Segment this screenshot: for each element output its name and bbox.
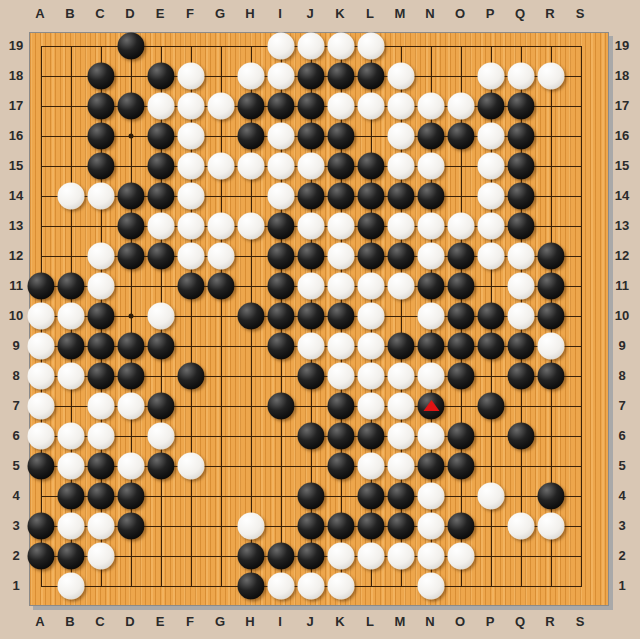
white-stone[interactable]	[28, 303, 55, 330]
white-stone[interactable]	[358, 453, 385, 480]
black-stone[interactable]	[388, 243, 415, 270]
white-stone[interactable]	[238, 153, 265, 180]
white-stone[interactable]	[88, 273, 115, 300]
black-stone[interactable]	[508, 213, 535, 240]
black-stone[interactable]	[28, 513, 55, 540]
black-stone[interactable]	[28, 453, 55, 480]
black-stone[interactable]	[478, 303, 505, 330]
black-stone[interactable]	[298, 483, 325, 510]
coord-label: 16	[9, 128, 23, 143]
white-stone[interactable]	[208, 93, 235, 120]
coord-label: 10	[9, 308, 23, 323]
coord-label: 2	[618, 548, 625, 563]
black-stone[interactable]	[298, 63, 325, 90]
white-stone[interactable]	[148, 93, 175, 120]
black-stone[interactable]	[268, 303, 295, 330]
black-stone[interactable]	[88, 453, 115, 480]
coord-label: 11	[615, 278, 629, 293]
black-stone[interactable]	[358, 423, 385, 450]
coord-label: 1	[12, 578, 19, 593]
white-stone[interactable]	[28, 363, 55, 390]
white-stone[interactable]	[58, 513, 85, 540]
black-stone[interactable]	[418, 453, 445, 480]
coord-label: 1	[618, 578, 625, 593]
black-stone[interactable]	[508, 363, 535, 390]
white-stone[interactable]	[508, 243, 535, 270]
hoshi-point	[129, 134, 134, 139]
white-stone[interactable]	[388, 63, 415, 90]
coord-label: B	[65, 6, 74, 21]
white-stone[interactable]	[238, 513, 265, 540]
black-stone[interactable]	[448, 243, 475, 270]
white-stone[interactable]	[418, 243, 445, 270]
coord-label: Q	[515, 6, 525, 21]
white-stone[interactable]	[58, 453, 85, 480]
white-stone[interactable]	[298, 333, 325, 360]
coord-label: P	[486, 614, 495, 629]
black-stone[interactable]	[448, 303, 475, 330]
black-stone[interactable]	[538, 273, 565, 300]
black-stone[interactable]	[508, 153, 535, 180]
white-stone[interactable]	[388, 363, 415, 390]
coord-label: O	[455, 614, 465, 629]
black-stone[interactable]	[268, 273, 295, 300]
coord-label: 14	[9, 188, 23, 203]
white-stone[interactable]	[388, 93, 415, 120]
black-stone[interactable]	[388, 483, 415, 510]
white-stone[interactable]	[538, 333, 565, 360]
coord-label: G	[215, 6, 225, 21]
black-stone[interactable]	[418, 393, 445, 420]
white-stone[interactable]	[28, 393, 55, 420]
white-stone[interactable]	[268, 573, 295, 600]
black-stone[interactable]	[88, 63, 115, 90]
white-stone[interactable]	[148, 213, 175, 240]
coord-label: L	[366, 6, 374, 21]
black-stone[interactable]	[208, 273, 235, 300]
black-stone[interactable]	[328, 513, 355, 540]
white-stone[interactable]	[88, 243, 115, 270]
black-stone[interactable]	[388, 183, 415, 210]
black-stone[interactable]	[448, 363, 475, 390]
coord-label: J	[306, 614, 313, 629]
black-stone[interactable]	[358, 153, 385, 180]
white-stone[interactable]	[388, 453, 415, 480]
black-stone[interactable]	[118, 363, 145, 390]
coord-label: 15	[615, 158, 629, 173]
black-stone[interactable]	[448, 333, 475, 360]
coord-label: P	[486, 6, 495, 21]
coord-label: 5	[12, 458, 19, 473]
coord-label: N	[425, 614, 434, 629]
white-stone[interactable]	[358, 33, 385, 60]
white-stone[interactable]	[268, 33, 295, 60]
coord-label: 19	[615, 38, 629, 53]
black-stone[interactable]	[88, 123, 115, 150]
white-stone[interactable]	[88, 183, 115, 210]
white-stone[interactable]	[388, 543, 415, 570]
white-stone[interactable]	[328, 33, 355, 60]
black-stone[interactable]	[328, 183, 355, 210]
hoshi-point	[129, 314, 134, 319]
coord-label: J	[306, 6, 313, 21]
coord-label: R	[545, 614, 554, 629]
black-stone[interactable]	[298, 123, 325, 150]
black-stone[interactable]	[358, 183, 385, 210]
coord-label: 8	[618, 368, 625, 383]
white-stone[interactable]	[178, 123, 205, 150]
black-stone[interactable]	[448, 423, 475, 450]
black-stone[interactable]	[238, 123, 265, 150]
white-stone[interactable]	[478, 243, 505, 270]
black-stone[interactable]	[508, 423, 535, 450]
coord-label: 4	[618, 488, 625, 503]
coord-label: C	[95, 614, 104, 629]
coord-label: D	[125, 614, 134, 629]
black-stone[interactable]	[298, 543, 325, 570]
white-stone[interactable]	[448, 93, 475, 120]
white-stone[interactable]	[238, 63, 265, 90]
coord-label: 14	[615, 188, 629, 203]
coord-label: K	[335, 6, 344, 21]
coord-label: 18	[9, 68, 23, 83]
white-stone[interactable]	[508, 303, 535, 330]
coord-label: 9	[618, 338, 625, 353]
black-stone[interactable]	[58, 483, 85, 510]
white-stone[interactable]	[298, 33, 325, 60]
black-stone[interactable]	[88, 333, 115, 360]
black-stone[interactable]	[28, 543, 55, 570]
coord-label: O	[455, 6, 465, 21]
coord-label: 4	[12, 488, 19, 503]
white-stone[interactable]	[328, 543, 355, 570]
black-stone[interactable]	[118, 333, 145, 360]
white-stone[interactable]	[418, 153, 445, 180]
coord-label: 13	[615, 218, 629, 233]
coord-label: K	[335, 614, 344, 629]
white-stone[interactable]	[508, 273, 535, 300]
coord-label: 16	[615, 128, 629, 143]
black-stone[interactable]	[328, 153, 355, 180]
white-stone[interactable]	[58, 573, 85, 600]
black-stone[interactable]	[148, 453, 175, 480]
white-stone[interactable]	[388, 423, 415, 450]
black-stone[interactable]	[508, 93, 535, 120]
white-stone[interactable]	[418, 303, 445, 330]
coord-label: I	[278, 614, 282, 629]
coord-label: S	[576, 6, 585, 21]
black-stone[interactable]	[538, 243, 565, 270]
black-stone[interactable]	[478, 333, 505, 360]
black-stone[interactable]	[328, 393, 355, 420]
black-stone[interactable]	[268, 393, 295, 420]
black-stone[interactable]	[118, 33, 145, 60]
black-stone[interactable]	[148, 333, 175, 360]
black-stone[interactable]	[88, 303, 115, 330]
black-stone[interactable]	[418, 273, 445, 300]
black-stone[interactable]	[148, 63, 175, 90]
black-stone[interactable]	[118, 213, 145, 240]
black-stone[interactable]	[268, 243, 295, 270]
white-stone[interactable]	[178, 213, 205, 240]
coord-label: 6	[618, 428, 625, 443]
white-stone[interactable]	[58, 303, 85, 330]
black-stone[interactable]	[298, 93, 325, 120]
black-stone[interactable]	[538, 303, 565, 330]
black-stone[interactable]	[118, 483, 145, 510]
black-stone[interactable]	[88, 483, 115, 510]
white-stone[interactable]	[328, 573, 355, 600]
white-stone[interactable]	[358, 273, 385, 300]
black-stone[interactable]	[478, 393, 505, 420]
black-stone[interactable]	[58, 543, 85, 570]
black-stone[interactable]	[418, 123, 445, 150]
black-stone[interactable]	[328, 453, 355, 480]
white-stone[interactable]	[448, 213, 475, 240]
coord-label: E	[156, 614, 165, 629]
black-stone[interactable]	[358, 513, 385, 540]
white-stone[interactable]	[148, 423, 175, 450]
coord-label: 12	[9, 248, 23, 263]
white-stone[interactable]	[388, 213, 415, 240]
white-stone[interactable]	[178, 183, 205, 210]
black-stone[interactable]	[358, 213, 385, 240]
white-stone[interactable]	[88, 543, 115, 570]
white-stone[interactable]	[418, 93, 445, 120]
black-stone[interactable]	[298, 423, 325, 450]
coord-label: 13	[9, 218, 23, 233]
coord-label: 8	[12, 368, 19, 383]
black-stone[interactable]	[328, 303, 355, 330]
black-stone[interactable]	[298, 183, 325, 210]
white-stone[interactable]	[478, 213, 505, 240]
white-stone[interactable]	[28, 423, 55, 450]
white-stone[interactable]	[328, 93, 355, 120]
black-stone[interactable]	[298, 303, 325, 330]
white-stone[interactable]	[478, 63, 505, 90]
black-stone[interactable]	[508, 183, 535, 210]
white-stone[interactable]	[358, 333, 385, 360]
coord-label: F	[186, 6, 194, 21]
white-stone[interactable]	[178, 453, 205, 480]
coord-label: F	[186, 614, 194, 629]
black-stone[interactable]	[58, 273, 85, 300]
black-stone[interactable]	[118, 243, 145, 270]
coord-label: E	[156, 6, 165, 21]
white-stone[interactable]	[208, 243, 235, 270]
white-stone[interactable]	[58, 423, 85, 450]
white-stone[interactable]	[148, 303, 175, 330]
white-stone[interactable]	[418, 213, 445, 240]
coord-label: Q	[515, 614, 525, 629]
black-stone[interactable]	[88, 93, 115, 120]
black-stone[interactable]	[388, 513, 415, 540]
white-stone[interactable]	[358, 543, 385, 570]
white-stone[interactable]	[328, 363, 355, 390]
black-stone[interactable]	[418, 183, 445, 210]
coord-label: 7	[12, 398, 19, 413]
black-stone[interactable]	[538, 363, 565, 390]
coord-label: 5	[618, 458, 625, 473]
white-stone[interactable]	[418, 513, 445, 540]
black-stone[interactable]	[298, 513, 325, 540]
white-stone[interactable]	[268, 123, 295, 150]
coord-label: 15	[9, 158, 23, 173]
black-stone[interactable]	[268, 543, 295, 570]
coord-label: A	[35, 614, 44, 629]
coord-label: 17	[615, 98, 629, 113]
black-stone[interactable]	[88, 363, 115, 390]
white-stone[interactable]	[328, 333, 355, 360]
white-stone[interactable]	[178, 243, 205, 270]
black-stone[interactable]	[328, 123, 355, 150]
white-stone[interactable]	[418, 423, 445, 450]
coord-label: H	[245, 6, 254, 21]
coord-label: G	[215, 614, 225, 629]
coord-label: 12	[615, 248, 629, 263]
black-stone[interactable]	[508, 123, 535, 150]
white-stone[interactable]	[358, 363, 385, 390]
white-stone[interactable]	[478, 123, 505, 150]
white-stone[interactable]	[58, 183, 85, 210]
coord-label: S	[576, 614, 585, 629]
black-stone[interactable]	[268, 213, 295, 240]
coord-label: 2	[12, 548, 19, 563]
black-stone[interactable]	[148, 243, 175, 270]
black-stone[interactable]	[88, 153, 115, 180]
coord-label: 10	[615, 308, 629, 323]
white-stone[interactable]	[418, 573, 445, 600]
black-stone[interactable]	[448, 273, 475, 300]
black-stone[interactable]	[448, 453, 475, 480]
black-stone[interactable]	[358, 243, 385, 270]
black-stone[interactable]	[268, 333, 295, 360]
white-stone[interactable]	[358, 393, 385, 420]
coord-label: 19	[9, 38, 23, 53]
black-stone[interactable]	[268, 93, 295, 120]
coord-label: D	[125, 6, 134, 21]
white-stone[interactable]	[238, 213, 265, 240]
black-stone[interactable]	[118, 183, 145, 210]
white-stone[interactable]	[358, 303, 385, 330]
white-stone[interactable]	[328, 273, 355, 300]
white-stone[interactable]	[388, 153, 415, 180]
black-stone[interactable]	[298, 243, 325, 270]
black-stone[interactable]	[388, 333, 415, 360]
white-stone[interactable]	[508, 513, 535, 540]
white-stone[interactable]	[178, 153, 205, 180]
coord-label: 9	[12, 338, 19, 353]
black-stone[interactable]	[238, 303, 265, 330]
black-stone[interactable]	[118, 513, 145, 540]
white-stone[interactable]	[418, 483, 445, 510]
white-stone[interactable]	[28, 333, 55, 360]
coord-label: M	[395, 614, 406, 629]
black-stone[interactable]	[58, 333, 85, 360]
black-stone[interactable]	[478, 93, 505, 120]
black-stone[interactable]	[298, 363, 325, 390]
black-stone[interactable]	[358, 63, 385, 90]
black-stone[interactable]	[448, 513, 475, 540]
white-stone[interactable]	[178, 63, 205, 90]
white-stone[interactable]	[388, 273, 415, 300]
white-stone[interactable]	[358, 93, 385, 120]
black-stone[interactable]	[28, 273, 55, 300]
go-app-window: ABCDEFGHIJKLMNOPQRS ABCDEFGHIJKLMNOPQRS …	[0, 0, 640, 639]
white-stone[interactable]	[268, 153, 295, 180]
coord-label: A	[35, 6, 44, 21]
white-stone[interactable]	[268, 183, 295, 210]
coord-label: R	[545, 6, 554, 21]
black-stone[interactable]	[148, 183, 175, 210]
white-stone[interactable]	[298, 573, 325, 600]
white-stone[interactable]	[208, 213, 235, 240]
white-stone[interactable]	[388, 393, 415, 420]
black-stone[interactable]	[178, 273, 205, 300]
white-stone[interactable]	[328, 243, 355, 270]
white-stone[interactable]	[478, 183, 505, 210]
black-stone[interactable]	[448, 123, 475, 150]
white-stone[interactable]	[88, 513, 115, 540]
white-stone[interactable]	[478, 483, 505, 510]
white-stone[interactable]	[478, 153, 505, 180]
coord-label: N	[425, 6, 434, 21]
white-stone[interactable]	[118, 453, 145, 480]
white-stone[interactable]	[448, 543, 475, 570]
white-stone[interactable]	[268, 63, 295, 90]
black-stone[interactable]	[148, 123, 175, 150]
white-stone[interactable]	[208, 153, 235, 180]
black-stone[interactable]	[328, 423, 355, 450]
white-stone[interactable]	[418, 363, 445, 390]
black-stone[interactable]	[418, 333, 445, 360]
last-move-marker	[423, 400, 439, 411]
black-stone[interactable]	[328, 63, 355, 90]
coord-label: 11	[9, 278, 23, 293]
black-stone[interactable]	[148, 153, 175, 180]
coord-label: I	[278, 6, 282, 21]
white-stone[interactable]	[538, 513, 565, 540]
white-stone[interactable]	[58, 363, 85, 390]
coord-label: 3	[618, 518, 625, 533]
black-stone[interactable]	[118, 93, 145, 120]
white-stone[interactable]	[298, 273, 325, 300]
white-stone[interactable]	[298, 213, 325, 240]
white-stone[interactable]	[118, 393, 145, 420]
coord-label: M	[395, 6, 406, 21]
black-stone[interactable]	[508, 333, 535, 360]
white-stone[interactable]	[178, 93, 205, 120]
coord-label: C	[95, 6, 104, 21]
white-stone[interactable]	[328, 213, 355, 240]
coord-label: H	[245, 614, 254, 629]
white-stone[interactable]	[418, 543, 445, 570]
black-stone[interactable]	[238, 543, 265, 570]
white-stone[interactable]	[298, 153, 325, 180]
white-stone[interactable]	[538, 63, 565, 90]
white-stone[interactable]	[88, 423, 115, 450]
white-stone[interactable]	[388, 123, 415, 150]
black-stone[interactable]	[238, 573, 265, 600]
black-stone[interactable]	[178, 363, 205, 390]
black-stone[interactable]	[538, 483, 565, 510]
black-stone[interactable]	[238, 93, 265, 120]
goban	[29, 32, 609, 606]
black-stone[interactable]	[148, 393, 175, 420]
white-stone[interactable]	[88, 393, 115, 420]
black-stone[interactable]	[358, 483, 385, 510]
white-stone[interactable]	[508, 63, 535, 90]
